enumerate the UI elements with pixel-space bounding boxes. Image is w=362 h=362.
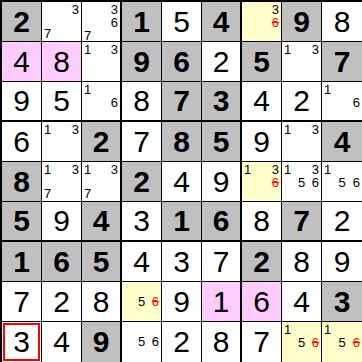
solved-digit: 8 (322, 2, 362, 41)
candidate-slot: 6 (349, 336, 362, 349)
cell-r7c9[interactable]: 9 (322, 242, 362, 282)
candidate-slot (242, 2, 255, 16)
candidate-digit-eliminated: 6 (272, 176, 279, 189)
candidate-grid: 156 (282, 322, 321, 362)
candidate-digit: 1 (284, 123, 291, 136)
candidate-slot (95, 162, 108, 176)
solved-digit: 8 (202, 322, 240, 362)
candidate-slot (95, 29, 108, 43)
cell-r1c1[interactable]: 2 (2, 2, 42, 42)
cell-r2c2[interactable]: 8 (42, 42, 82, 82)
candidate-slot: 6 (308, 336, 321, 349)
candidate-slot: 1 (282, 322, 295, 336)
candidate-slot (95, 16, 108, 29)
candidate-slot (55, 27, 68, 41)
candidate-slot: 3 (107, 42, 120, 56)
candidate-slot (255, 16, 268, 29)
candidate-slot (95, 56, 108, 69)
cell-r9c1[interactable]: 3 (2, 322, 42, 362)
candidate-digit: 5 (138, 335, 145, 348)
candidate-digit: 3 (312, 43, 319, 56)
cell-r6c8[interactable]: 7 (282, 202, 322, 242)
given-digit: 2 (82, 122, 120, 161)
solved-digit: 5 (42, 82, 81, 120)
cell-r6c1[interactable]: 5 (2, 202, 42, 242)
candidate-slot: 7 (42, 187, 55, 201)
candidate-slot (308, 322, 321, 336)
candidate-slot: 3 (308, 42, 321, 56)
candidate-slot: 1 (82, 42, 95, 56)
candidate-slot (82, 56, 95, 69)
candidate-digit-eliminated: 6 (272, 16, 279, 29)
cell-r4c9[interactable]: 4 (322, 122, 362, 162)
candidate-digit: 1 (324, 83, 331, 96)
candidate-grid: 137 (82, 162, 120, 201)
candidate-slot: 5 (295, 176, 308, 189)
candidate-slot (322, 189, 335, 201)
candidate-slot: 6 (268, 176, 281, 189)
cell-r1c2[interactable]: 37 (42, 2, 82, 42)
cell-r9c7[interactable]: 7 (242, 322, 282, 362)
solved-digit: 9 (202, 162, 240, 201)
cell-r3c2[interactable]: 5 (42, 82, 82, 122)
candidate-slot (295, 56, 308, 69)
candidate-slot: 6 (349, 176, 362, 189)
candidate-slot (82, 96, 95, 109)
solved-digit: 9 (2, 82, 41, 120)
candidate-slot (308, 349, 321, 362)
cell-r5c6[interactable]: 9 (202, 162, 242, 202)
cell-r4c5[interactable]: 8 (162, 122, 202, 162)
cell-r7c1[interactable]: 1 (2, 242, 42, 282)
candidate-slot (322, 96, 335, 109)
given-digit: 1 (122, 2, 161, 41)
cell-r9c2[interactable]: 4 (42, 322, 82, 362)
solved-digit: 3 (2, 322, 41, 362)
candidate-slot (242, 16, 255, 29)
candidate-slot (255, 162, 268, 176)
solved-digit: 9 (242, 122, 281, 161)
solved-digit: 4 (282, 282, 321, 321)
cell-r6c2[interactable]: 9 (42, 202, 82, 242)
cell-r1c5[interactable]: 5 (162, 2, 202, 42)
cell-r8c8[interactable]: 4 (282, 282, 322, 322)
candidate-digit: 3 (111, 163, 118, 176)
solved-digit: 8 (122, 82, 161, 120)
cell-r8c4[interactable]: 56 (122, 282, 162, 322)
candidate-digit: 6 (152, 335, 159, 348)
candidate-slot (95, 96, 108, 109)
cell-r8c6[interactable]: 1 (202, 282, 242, 322)
candidate-digit: 1 (84, 43, 91, 56)
cell-r8c3[interactable]: 8 (82, 282, 122, 322)
cell-r9c3[interactable]: 9 (82, 322, 122, 362)
candidate-slot (308, 136, 321, 149)
candidate-slot (349, 349, 362, 362)
candidate-digit: 3 (72, 3, 79, 16)
given-digit: 7 (322, 42, 362, 81)
cell-r5c5[interactable]: 4 (162, 162, 202, 202)
candidate-slot (295, 69, 308, 82)
candidate-slot (349, 189, 362, 201)
candidate-slot (55, 16, 68, 27)
cell-r4c4[interactable]: 7 (122, 122, 162, 162)
candidate-slot (295, 136, 308, 149)
solved-digit: 4 (42, 322, 81, 362)
cell-r8c7[interactable]: 6 (242, 282, 282, 322)
candidate-grid: 56 (122, 282, 161, 321)
candidate-slot (122, 295, 135, 308)
candidate-slot (282, 56, 295, 69)
candidate-grid: 16 (322, 82, 362, 120)
given-digit: 5 (82, 242, 120, 281)
candidate-slot (55, 2, 68, 16)
candidate-slot (122, 322, 135, 335)
candidate-slot (107, 29, 120, 43)
candidate-slot (295, 149, 308, 162)
cell-r5c1[interactable]: 8 (2, 162, 42, 202)
solved-digit: 2 (202, 42, 240, 81)
cell-r9c8[interactable]: 156 (282, 322, 322, 362)
solved-digit: 1 (202, 282, 240, 321)
candidate-slot: 7 (82, 29, 95, 43)
candidate-slot: 6 (308, 176, 321, 189)
candidate-slot (282, 189, 295, 201)
candidate-slot (295, 189, 308, 201)
candidate-slot (308, 69, 321, 82)
cell-r3c3[interactable]: 16 (82, 82, 122, 122)
solved-digit: 9 (162, 282, 201, 321)
candidate-slot (42, 149, 55, 162)
solved-digit: 2 (162, 322, 201, 362)
candidate-digit-eliminated: 6 (152, 295, 159, 308)
cell-r9c6[interactable]: 8 (202, 322, 242, 362)
candidate-slot (335, 82, 348, 96)
candidate-slot (107, 56, 120, 69)
candidate-slot (295, 322, 308, 336)
given-digit: 4 (82, 202, 120, 240)
candidate-digit: 3 (72, 163, 79, 176)
given-digit: 5 (202, 122, 240, 161)
candidate-slot (308, 56, 321, 69)
given-digit: 3 (202, 82, 240, 120)
candidate-slot (322, 336, 335, 349)
given-digit: 1 (162, 202, 201, 240)
given-digit: 1 (2, 242, 41, 281)
cell-r7c5[interactable]: 3 (162, 242, 202, 282)
solved-digit: 3 (162, 242, 201, 281)
cell-r2c1[interactable]: 4 (2, 42, 42, 82)
cell-r5c3[interactable]: 137 (82, 162, 122, 202)
solved-digit: 2 (322, 202, 362, 240)
solved-digit: 6 (2, 122, 41, 161)
given-digit: 4 (322, 122, 362, 161)
candidate-digit: 1 (244, 163, 251, 176)
cell-r8c1[interactable]: 7 (2, 282, 42, 322)
cell-r2c5[interactable]: 6 (162, 42, 202, 82)
cell-r2c7[interactable]: 5 (242, 42, 282, 82)
candidate-slot (242, 189, 255, 201)
cell-r6c4[interactable]: 3 (122, 202, 162, 242)
solved-digit: 4 (122, 242, 161, 281)
candidate-grid: 37 (42, 2, 81, 41)
candidate-slot (335, 189, 348, 201)
candidate-slot (349, 109, 362, 120)
candidate-slot (122, 335, 135, 348)
candidate-slot (349, 82, 362, 96)
candidate-slot (282, 69, 295, 82)
cell-r4c2[interactable]: 13 (42, 122, 82, 162)
given-digit: 3 (322, 282, 362, 321)
candidate-digit: 1 (284, 323, 291, 336)
given-digit: 7 (282, 202, 321, 240)
candidate-slot: 6 (268, 16, 281, 29)
candidate-slot: 1 (282, 162, 295, 176)
candidate-slot: 5 (335, 176, 348, 189)
candidate-grid: 16 (82, 82, 120, 120)
candidate-slot: 7 (42, 27, 55, 41)
candidate-slot (295, 349, 308, 362)
candidate-slot (268, 29, 281, 41)
candidate-grid: 156 (322, 322, 362, 362)
candidate-digit: 6 (353, 176, 360, 189)
candidate-slot: 6 (148, 295, 161, 308)
candidate-digit: 1 (284, 43, 291, 56)
candidate-slot (268, 189, 281, 201)
candidate-digit-eliminated: 6 (353, 336, 360, 349)
cell-r2c3[interactable]: 13 (82, 42, 122, 82)
candidate-slot: 3 (68, 2, 81, 16)
candidate-slot: 3 (268, 2, 281, 16)
candidate-slot: 6 (107, 16, 120, 29)
candidate-slot (282, 136, 295, 149)
candidate-grid: 136 (242, 162, 281, 201)
candidate-slot (107, 176, 120, 187)
candidate-slot: 3 (308, 162, 321, 176)
candidate-slot: 1 (282, 42, 295, 56)
cell-r6c9[interactable]: 2 (322, 202, 362, 242)
solved-digit: 4 (2, 42, 41, 81)
candidate-slot (282, 349, 295, 362)
solved-digit: 4 (162, 162, 201, 201)
cell-r8c2[interactable]: 2 (42, 282, 82, 322)
candidate-digit: 5 (298, 336, 305, 349)
cell-r4c8[interactable]: 13 (282, 122, 322, 162)
candidate-slot (242, 176, 255, 189)
candidate-slot (55, 162, 68, 176)
candidate-slot (335, 322, 348, 336)
solved-digit: 7 (2, 282, 41, 321)
candidate-slot (55, 176, 68, 187)
candidate-slot (135, 308, 148, 321)
cell-r6c5[interactable]: 1 (162, 202, 202, 242)
solved-digit: 9 (322, 242, 362, 281)
candidate-slot (55, 149, 68, 162)
candidate-slot: 1 (42, 122, 55, 136)
cell-r2c8[interactable]: 13 (282, 42, 322, 82)
candidate-slot (107, 109, 120, 120)
candidate-slot (282, 336, 295, 349)
candidate-slot (68, 16, 81, 27)
given-digit: 2 (242, 242, 281, 281)
cell-r1c3[interactable]: 367 (82, 2, 122, 42)
cell-r1c7[interactable]: 36 (242, 2, 282, 42)
cell-r4c6[interactable]: 5 (202, 122, 242, 162)
candidate-slot (55, 136, 68, 149)
candidate-slot (148, 349, 161, 362)
cell-r4c3[interactable]: 2 (82, 122, 122, 162)
cell-r3c5[interactable]: 7 (162, 82, 202, 122)
cell-r9c9[interactable]: 156 (322, 322, 362, 362)
cell-r3c4[interactable]: 8 (122, 82, 162, 122)
cell-r1c9[interactable]: 8 (322, 2, 362, 42)
candidate-slot (335, 349, 348, 362)
candidate-slot: 5 (135, 295, 148, 308)
candidate-grid: 156 (322, 162, 362, 201)
candidate-grid: 56 (122, 322, 161, 362)
cell-r3c8[interactable]: 2 (282, 82, 322, 122)
candidate-slot: 3 (68, 122, 81, 136)
candidate-slot: 1 (82, 82, 95, 96)
cell-r4c1[interactable]: 6 (2, 122, 42, 162)
candidate-slot: 1 (242, 162, 255, 176)
candidate-digit: 7 (84, 187, 91, 200)
cell-r7c8[interactable]: 8 (282, 242, 322, 282)
cell-r7c3[interactable]: 5 (82, 242, 122, 282)
candidate-slot (68, 187, 81, 201)
candidate-digit: 6 (111, 16, 118, 29)
solved-digit: 8 (42, 42, 81, 81)
cell-r5c9[interactable]: 156 (322, 162, 362, 202)
given-digit: 8 (2, 162, 41, 201)
candidate-slot (42, 136, 55, 149)
cell-r3c1[interactable]: 9 (2, 82, 42, 122)
candidate-digit: 5 (338, 176, 345, 189)
solved-digit: 7 (122, 122, 161, 161)
cell-r5c8[interactable]: 1356 (282, 162, 322, 202)
solved-digit: 2 (42, 282, 81, 321)
candidate-slot (68, 149, 81, 162)
candidate-slot (68, 27, 81, 41)
candidate-slot (322, 109, 335, 120)
candidate-slot: 5 (135, 335, 148, 348)
candidate-grid: 1356 (282, 162, 321, 201)
candidate-slot (95, 109, 108, 120)
candidate-digit: 1 (284, 163, 291, 176)
cell-r2c6[interactable]: 2 (202, 42, 242, 82)
cell-r7c7[interactable]: 2 (242, 242, 282, 282)
candidate-slot (295, 42, 308, 56)
candidate-slot (255, 2, 268, 16)
cell-r7c6[interactable]: 7 (202, 242, 242, 282)
candidate-slot: 1 (322, 162, 335, 176)
candidate-slot (82, 109, 95, 120)
cell-r1c4[interactable]: 1 (122, 2, 162, 42)
candidate-slot: 1 (322, 82, 335, 96)
cell-r6c7[interactable]: 8 (242, 202, 282, 242)
solved-digit: 8 (282, 242, 321, 281)
cell-r2c9[interactable]: 7 (322, 42, 362, 82)
candidate-slot: 6 (349, 96, 362, 109)
cell-r5c7[interactable]: 136 (242, 162, 282, 202)
candidate-digit: 3 (111, 43, 118, 56)
cell-r3c7[interactable]: 4 (242, 82, 282, 122)
given-digit: 6 (162, 42, 201, 81)
cell-r6c3[interactable]: 4 (82, 202, 122, 242)
candidate-slot (135, 349, 148, 362)
given-digit: 9 (122, 42, 161, 81)
candidate-slot: 3 (68, 162, 81, 176)
solved-digit: 5 (162, 2, 201, 41)
candidate-digit: 1 (324, 323, 331, 336)
sudoku-board: 2373671543698481396251379516873421661327… (0, 0, 362, 362)
candidate-slot: 1 (42, 162, 55, 176)
cell-r9c5[interactable]: 2 (162, 322, 202, 362)
cell-r8c5[interactable]: 9 (162, 282, 202, 322)
candidate-slot (335, 162, 348, 176)
candidate-digit: 5 (338, 336, 345, 349)
candidate-slot: 6 (107, 96, 120, 109)
cell-r9c4[interactable]: 56 (122, 322, 162, 362)
candidate-slot (308, 149, 321, 162)
solved-digit: 3 (122, 202, 161, 240)
candidate-digit: 1 (84, 83, 91, 96)
candidate-slot (135, 322, 148, 335)
candidate-slot (255, 176, 268, 189)
candidate-slot (295, 122, 308, 136)
candidate-digit: 3 (72, 123, 79, 136)
cell-r6c6[interactable]: 6 (202, 202, 242, 242)
candidate-slot: 7 (82, 187, 95, 201)
candidate-slot (55, 122, 68, 136)
cell-r7c2[interactable]: 6 (42, 242, 82, 282)
candidate-slot (308, 189, 321, 201)
cell-r5c2[interactable]: 137 (42, 162, 82, 202)
solved-digit: 7 (202, 242, 240, 281)
cell-r3c6[interactable]: 3 (202, 82, 242, 122)
cell-r1c6[interactable]: 4 (202, 2, 242, 42)
candidate-slot (282, 176, 295, 189)
candidate-slot (255, 189, 268, 201)
candidate-digit: 6 (353, 96, 360, 109)
candidate-slot (322, 349, 335, 362)
candidate-grid: 137 (42, 162, 81, 201)
solved-digit: 2 (282, 82, 321, 120)
candidate-slot (349, 322, 362, 336)
candidate-slot: 1 (82, 162, 95, 176)
cell-r7c4[interactable]: 4 (122, 242, 162, 282)
candidate-slot (95, 2, 108, 16)
candidate-slot (242, 29, 255, 41)
candidate-slot: 1 (322, 322, 335, 336)
given-digit: 6 (42, 242, 81, 281)
cell-r3c9[interactable]: 16 (322, 82, 362, 122)
given-digit: 4 (202, 2, 240, 41)
cell-r5c4[interactable]: 2 (122, 162, 162, 202)
cell-r8c9[interactable]: 3 (322, 282, 362, 322)
candidate-slot (122, 349, 135, 362)
cell-r4c7[interactable]: 9 (242, 122, 282, 162)
solved-digit: 8 (242, 202, 281, 240)
given-digit: 7 (162, 82, 201, 120)
cell-r1c8[interactable]: 9 (282, 2, 322, 42)
candidate-slot (282, 149, 295, 162)
candidate-slot: 5 (335, 336, 348, 349)
cell-r2c4[interactable]: 9 (122, 42, 162, 82)
candidate-digit: 7 (84, 29, 91, 42)
candidate-slot (68, 136, 81, 149)
candidate-slot (122, 282, 135, 295)
